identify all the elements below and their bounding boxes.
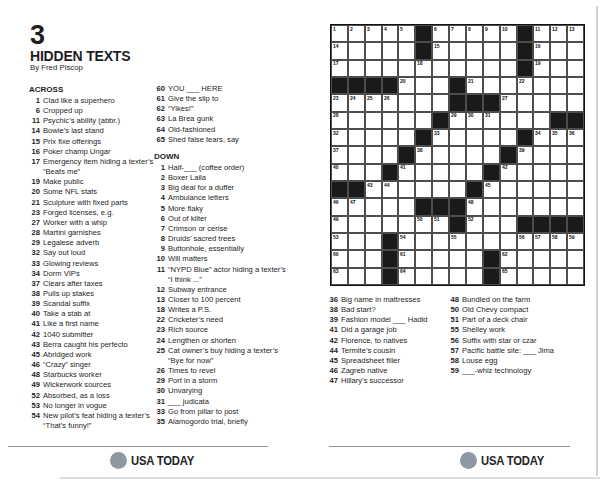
grid-cell[interactable] (500, 233, 517, 250)
grid-cell[interactable]: 57 (533, 233, 550, 250)
clue-number: 30 (154, 386, 168, 396)
cell-number: 36 (569, 131, 575, 136)
clue-item: 32Say out loud (29, 248, 155, 258)
grid-cell[interactable] (567, 146, 584, 163)
grid-cell[interactable] (365, 198, 382, 215)
grid-cell[interactable] (517, 181, 534, 198)
puzzle-number: 3 (30, 22, 45, 49)
clue-number: 62 (154, 104, 168, 114)
grid-cell[interactable]: 24 (348, 94, 365, 111)
grid-cell[interactable] (466, 164, 483, 181)
grid-cell[interactable] (348, 129, 365, 146)
grid-cell[interactable]: 37 (331, 146, 348, 163)
grid-cell[interactable]: 16 (533, 42, 550, 59)
grid-cell[interactable] (500, 181, 517, 198)
grid-cell[interactable]: 7 (449, 25, 466, 42)
black-square (382, 233, 399, 250)
grid-cell[interactable] (365, 42, 382, 59)
grid-cell[interactable]: 12 (550, 25, 567, 42)
grid-cell[interactable] (550, 250, 567, 267)
black-square (449, 216, 466, 233)
clue-item: 58Louse egg (448, 356, 577, 366)
grid-cell[interactable] (365, 129, 382, 146)
grid-cell[interactable] (466, 60, 483, 77)
clue-text: No longer in vogue (43, 401, 155, 411)
cell-number: 47 (350, 200, 356, 205)
clue-number: 54 (29, 411, 43, 431)
grid-cell[interactable] (348, 250, 365, 267)
grid-cell[interactable] (533, 164, 550, 181)
cell-number: 59 (569, 235, 575, 240)
grid-cell[interactable] (550, 42, 567, 59)
grid-cell[interactable] (449, 146, 466, 163)
black-square (466, 94, 483, 111)
clue-number: 11 (154, 265, 168, 285)
grid-cell[interactable]: 38 (415, 146, 432, 163)
grid-cell[interactable] (466, 268, 483, 285)
grid-cell[interactable]: 60 (331, 250, 348, 267)
grid-cell[interactable] (466, 250, 483, 267)
grid-cell[interactable] (466, 42, 483, 59)
crossword-book-page: 3 HIDDEN TEXTS By Fred Piscop ACROSS1Cla… (0, 0, 600, 480)
grid-cell[interactable] (567, 60, 584, 77)
cell-number: 39 (519, 148, 525, 153)
grid-cell[interactable]: 35 (550, 129, 567, 146)
clue-number: 39 (29, 299, 43, 309)
grid-cell[interactable] (382, 112, 399, 129)
grid-cell[interactable] (533, 250, 550, 267)
grid-cell[interactable] (432, 268, 449, 285)
grid-cell[interactable]: 36 (567, 129, 584, 146)
grid-cell[interactable] (365, 60, 382, 77)
grid-cell[interactable] (466, 129, 483, 146)
clue-item: 29Port in a storm (154, 376, 287, 386)
grid-cell[interactable]: 63 (331, 268, 348, 285)
clue-item: 12Subway entrance (154, 285, 287, 295)
grid-cell[interactable] (449, 250, 466, 267)
grid-cell[interactable] (567, 42, 584, 59)
grid-cell[interactable] (382, 129, 399, 146)
clue-item: 28Martini garnishes (29, 228, 155, 238)
grid-cell[interactable] (483, 146, 500, 163)
grid-cell[interactable] (449, 181, 466, 198)
cell-number: 12 (552, 27, 558, 32)
grid-cell[interactable] (533, 146, 550, 163)
black-square (348, 181, 365, 198)
clue-text: Cat owner’s buy hiding a texter’s “Bye f… (168, 346, 287, 366)
grid-cell[interactable]: 43 (365, 181, 382, 198)
cell-number: 22 (519, 79, 525, 84)
clue-number: 50 (448, 305, 462, 315)
grid-cell[interactable] (398, 60, 415, 77)
grid-cell[interactable] (365, 233, 382, 250)
usatoday-circle-icon (460, 452, 477, 469)
grid-cell[interactable]: 10 (500, 25, 517, 42)
grid-cell[interactable] (567, 268, 584, 285)
grid-cell[interactable] (348, 60, 365, 77)
clue-text: Ambulance letters (168, 193, 287, 203)
cell-number: 19 (535, 61, 541, 66)
grid-cell[interactable] (550, 268, 567, 285)
grid-cell[interactable]: 23 (331, 94, 348, 111)
cell-number: 29 (451, 113, 457, 118)
grid-cell[interactable]: 50 (415, 216, 432, 233)
grid-cell[interactable] (415, 268, 432, 285)
grid-cell[interactable] (415, 94, 432, 111)
cell-number: 52 (468, 217, 474, 222)
grid-cell[interactable]: 11 (533, 25, 550, 42)
grid-cell[interactable]: 61 (398, 250, 415, 267)
clue-number: 28 (29, 228, 43, 238)
clue-item: 20Some NFL stats (29, 187, 155, 197)
cell-number: 53 (333, 235, 339, 240)
grid-cell[interactable] (432, 146, 449, 163)
black-square (517, 129, 534, 146)
grid-cell[interactable] (483, 129, 500, 146)
grid-cell[interactable] (449, 268, 466, 285)
grid-cell[interactable]: 21 (466, 77, 483, 94)
grid-cell[interactable] (398, 216, 415, 233)
grid-cell[interactable] (483, 60, 500, 77)
clue-item: 22Cricketer’s need (154, 315, 287, 325)
grid-cell[interactable] (415, 181, 432, 198)
cell-number: 63 (333, 269, 339, 274)
grid-cell[interactable] (483, 216, 500, 233)
clue-text: Times to revel (168, 366, 287, 376)
grid-cell[interactable]: 42 (500, 164, 517, 181)
grid-cell[interactable] (533, 268, 550, 285)
cell-number: 60 (333, 252, 339, 257)
grid-cell[interactable] (483, 42, 500, 59)
clue-text: Half-___ (coffee order) (168, 163, 287, 173)
page-edge-bottom (60, 477, 600, 479)
grid-cell[interactable] (398, 181, 415, 198)
black-square (466, 181, 483, 198)
grid-cell[interactable] (500, 129, 517, 146)
grid-cell[interactable] (398, 198, 415, 215)
grid-cell[interactable]: 48 (466, 198, 483, 215)
clue-number: 4 (154, 193, 168, 203)
grid-cell[interactable]: 47 (348, 198, 365, 215)
grid-cell[interactable] (365, 216, 382, 233)
clue-text: “Crazy” singer (43, 360, 155, 370)
clue-number: 48 (448, 295, 462, 305)
grid-cell[interactable]: 25 (365, 94, 382, 111)
grid-cell[interactable] (550, 181, 567, 198)
grid-cell[interactable]: 28 (331, 112, 348, 129)
grid-cell[interactable]: 5 (398, 25, 415, 42)
cell-number: 16 (535, 44, 541, 49)
cell-number: 13 (569, 27, 575, 32)
grid-cell[interactable] (500, 77, 517, 94)
grid-cell[interactable] (398, 112, 415, 129)
cell-number: 55 (451, 235, 457, 240)
grid-cell[interactable]: 54 (398, 233, 415, 250)
grid-cell[interactable]: 39 (517, 146, 534, 163)
grid-cell[interactable]: 17 (331, 60, 348, 77)
grid-cell[interactable] (398, 129, 415, 146)
clue-item: 14Bowie’s last stand (29, 126, 155, 136)
grid-cell[interactable] (500, 60, 517, 77)
grid-cell[interactable] (432, 60, 449, 77)
grid-cell[interactable] (432, 94, 449, 111)
grid-cell[interactable] (432, 181, 449, 198)
cell-number: 35 (552, 131, 558, 136)
grid-cell[interactable] (365, 164, 382, 181)
grid-cell[interactable]: 30 (466, 112, 483, 129)
grid-cell[interactable]: 4 (382, 25, 399, 42)
grid-cell[interactable]: 26 (382, 94, 399, 111)
grid-cell[interactable] (533, 112, 550, 129)
grid-cell[interactable]: 62 (500, 250, 517, 267)
black-square (517, 25, 534, 42)
cell-number: 38 (417, 148, 423, 153)
grid-cell[interactable] (567, 164, 584, 181)
black-square (449, 77, 466, 94)
grid-cell[interactable]: 53 (331, 233, 348, 250)
grid-cell[interactable] (382, 146, 399, 163)
grid-cell[interactable]: 49 (331, 216, 348, 233)
grid-cell[interactable] (500, 198, 517, 215)
grid-cell[interactable] (483, 233, 500, 250)
clue-item: 31___ judicata (154, 397, 287, 407)
grid-cell[interactable] (432, 233, 449, 250)
grid-cell[interactable] (449, 60, 466, 77)
grid-cell[interactable] (348, 164, 365, 181)
clue-number: 55 (448, 325, 462, 335)
clue-item: 65Shed false tears, say (154, 135, 287, 145)
grid-cell[interactable]: 14 (331, 42, 348, 59)
grid-cell[interactable]: 22 (517, 77, 534, 94)
cell-number: 57 (535, 235, 541, 240)
grid-cell[interactable]: 13 (567, 25, 584, 42)
black-square (382, 250, 399, 267)
grid-cell[interactable] (466, 233, 483, 250)
clue-text: Dorm VIPs (43, 269, 155, 279)
grid-cell[interactable]: 15 (432, 42, 449, 59)
clue-number: 23 (154, 325, 168, 335)
grid-cell[interactable] (517, 94, 534, 111)
grid-cell[interactable]: 52 (466, 216, 483, 233)
clue-number: 36 (327, 295, 341, 305)
grid-cell[interactable] (483, 198, 500, 215)
grid-cell[interactable] (567, 198, 584, 215)
grid-cell[interactable]: 19 (533, 60, 550, 77)
grid-cell[interactable]: 58 (550, 233, 567, 250)
black-square (331, 77, 348, 94)
clue-number: 29 (154, 376, 168, 386)
grid-cell[interactable] (500, 42, 517, 59)
grid-cell[interactable]: 40 (331, 164, 348, 181)
grid-cell[interactable]: 44 (382, 181, 399, 198)
grid-cell[interactable] (365, 250, 382, 267)
clue-number: 14 (29, 126, 43, 136)
clue-item: 49Wickerwork sources (29, 380, 155, 390)
clue-number: 60 (154, 84, 168, 94)
grid-cell[interactable]: 9 (483, 25, 500, 42)
cell-number: 4 (384, 27, 387, 32)
grid-cell[interactable] (415, 164, 432, 181)
grid-cell[interactable] (348, 268, 365, 285)
clue-text: “Yikes!” (168, 104, 287, 114)
grid-cell[interactable] (567, 181, 584, 198)
cell-number: 33 (434, 131, 440, 136)
grid-cell[interactable]: 45 (483, 181, 500, 198)
grid-cell[interactable] (365, 146, 382, 163)
grid-cell[interactable] (483, 77, 500, 94)
grid-cell[interactable] (517, 250, 534, 267)
grid-cell[interactable] (500, 216, 517, 233)
cell-number: 44 (384, 183, 390, 188)
clue-number: 42 (327, 336, 341, 346)
cell-number: 40 (333, 165, 339, 170)
clue-number: 38 (29, 289, 43, 299)
grid-cell[interactable] (348, 146, 365, 163)
clue-number: 2 (154, 173, 168, 183)
grid-cell[interactable] (517, 268, 534, 285)
cell-number: 2 (350, 27, 353, 32)
clue-text: Clears after taxes (43, 279, 155, 289)
cell-number: 9 (485, 27, 488, 32)
grid-cell[interactable] (415, 77, 432, 94)
clue-item: 10Will matters (154, 254, 287, 264)
black-square (483, 268, 500, 285)
grid-cell[interactable] (382, 42, 399, 59)
grid-cell[interactable] (432, 250, 449, 267)
grid-cell[interactable] (517, 198, 534, 215)
grid-cell[interactable] (567, 94, 584, 111)
grid-cell[interactable] (398, 94, 415, 111)
cell-number: 23 (333, 96, 339, 101)
cell-number: 24 (350, 96, 356, 101)
clue-column-down-2: 48Bundled on the farm50Old Chevy compact… (448, 295, 577, 376)
grid-cell[interactable] (382, 216, 399, 233)
grid-cell[interactable] (500, 112, 517, 129)
grid-cell[interactable] (517, 164, 534, 181)
grid-cell[interactable] (415, 112, 432, 129)
grid-cell[interactable]: 8 (466, 25, 483, 42)
grid-cell[interactable]: 56 (517, 233, 534, 250)
grid-cell[interactable] (365, 268, 382, 285)
cell-number: 51 (434, 217, 440, 222)
clue-item: 46Zagreb native (327, 366, 448, 376)
clue-number: 29 (29, 238, 43, 248)
grid-cell[interactable] (550, 198, 567, 215)
clue-text: Poker champ Ungar (43, 147, 155, 157)
grid-cell[interactable]: 1 (331, 25, 348, 42)
grid-cell[interactable] (567, 250, 584, 267)
clue-number: 37 (29, 279, 43, 289)
grid-cell[interactable]: 29 (449, 112, 466, 129)
grid-cell[interactable]: 18 (415, 60, 432, 77)
cell-number: 17 (333, 61, 339, 66)
grid-cell[interactable] (449, 164, 466, 181)
clue-text: Say out loud (43, 248, 155, 258)
grid-cell[interactable]: 32 (331, 129, 348, 146)
clue-text: Forged licenses, e.g. (43, 208, 155, 218)
grid-cell[interactable] (415, 233, 432, 250)
grid-cell[interactable]: 2 (348, 25, 365, 42)
grid-cell[interactable] (466, 146, 483, 163)
grid-cell[interactable] (550, 77, 567, 94)
cell-number: 27 (502, 96, 508, 101)
grid-cell[interactable]: 55 (449, 233, 466, 250)
grid-cell[interactable]: 46 (331, 198, 348, 215)
grid-cell[interactable]: 64 (398, 268, 415, 285)
grid-cell[interactable] (348, 42, 365, 59)
grid-cell[interactable] (550, 146, 567, 163)
black-square (382, 268, 399, 285)
clue-number: 16 (29, 147, 43, 157)
grid-cell[interactable] (517, 112, 534, 129)
clue-item: 59___-whiz technology (448, 366, 577, 376)
grid-cell[interactable] (432, 77, 449, 94)
grid-cell[interactable] (550, 164, 567, 181)
grid-cell[interactable] (449, 129, 466, 146)
cell-number: 64 (400, 269, 406, 274)
grid-cell[interactable]: 20 (398, 77, 415, 94)
grid-cell[interactable] (550, 60, 567, 77)
clue-item: 21Sculpture with fixed parts (29, 198, 155, 208)
grid-cell[interactable] (533, 94, 550, 111)
clue-text: Writes a P.S. (168, 305, 287, 315)
clue-text: Fashion model ___ Hadid (341, 315, 448, 325)
grid-cell[interactable]: 65 (500, 268, 517, 285)
grid-cell[interactable] (415, 250, 432, 267)
clue-number: 43 (29, 340, 43, 350)
black-square (432, 112, 449, 129)
grid-cell[interactable]: 41 (398, 164, 415, 181)
black-square (483, 164, 500, 181)
byline: By Fred Piscop (30, 64, 83, 72)
grid-cell[interactable] (348, 112, 365, 129)
grid-cell[interactable]: 27 (500, 94, 517, 111)
clue-number: 63 (154, 114, 168, 124)
clue-number: 8 (154, 234, 168, 244)
grid-cell[interactable] (533, 77, 550, 94)
grid-cell[interactable]: 34 (533, 129, 550, 146)
grid-cell[interactable] (432, 164, 449, 181)
grid-cell[interactable]: 6 (432, 25, 449, 42)
grid-cell[interactable] (533, 198, 550, 215)
grid-cell[interactable] (533, 181, 550, 198)
clue-text: Clad like a superhero (43, 96, 155, 106)
grid-cell[interactable] (550, 94, 567, 111)
grid-cell[interactable] (348, 233, 365, 250)
grid-cell[interactable]: 51 (432, 216, 449, 233)
grid-cell[interactable] (567, 77, 584, 94)
grid-cell[interactable] (449, 42, 466, 59)
cell-number: 65 (502, 269, 508, 274)
grid-cell[interactable] (382, 60, 399, 77)
grid-cell[interactable]: 33 (432, 129, 449, 146)
cell-number: 11 (535, 27, 540, 32)
grid-cell[interactable]: 3 (365, 25, 382, 42)
clue-item: 39Fashion model ___ Hadid (327, 315, 448, 325)
grid-cell[interactable]: 59 (567, 233, 584, 250)
grid-cell[interactable] (348, 216, 365, 233)
grid-cell[interactable] (365, 112, 382, 129)
clue-item: 7Crimson or cerise (154, 224, 287, 234)
clue-number: 59 (448, 366, 462, 376)
grid-cell[interactable]: 31 (483, 112, 500, 129)
clue-item: 54New pilot’s feat hiding a texter’s “Th… (29, 411, 155, 431)
clue-item: 18Writes a P.S. (154, 305, 287, 315)
clue-item: 3Big deal for a duffer (154, 183, 287, 193)
clue-item: 48Starbucks worker (29, 370, 155, 380)
grid-cell[interactable] (382, 198, 399, 215)
grid-cell[interactable] (398, 42, 415, 59)
